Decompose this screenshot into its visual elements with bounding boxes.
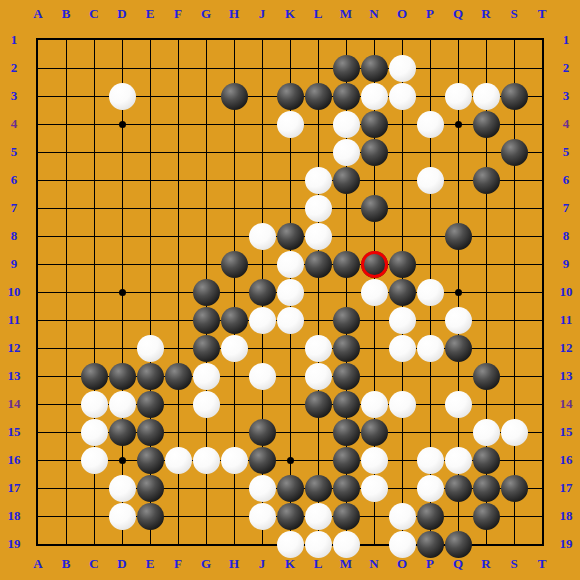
stone-black: [165, 363, 192, 390]
grid-line: [318, 40, 319, 544]
stone-black: [333, 447, 360, 474]
column-label: T: [531, 7, 553, 21]
stone-black: [473, 503, 500, 530]
stone-white: [389, 503, 416, 530]
stone-white: [361, 447, 388, 474]
stone-white: [81, 419, 108, 446]
stone-black: [445, 531, 472, 558]
column-label: L: [307, 7, 329, 21]
stone-white: [305, 195, 332, 222]
stone-white: [165, 447, 192, 474]
stone-black: [361, 195, 388, 222]
column-label: G: [195, 7, 217, 21]
stone-white: [109, 475, 136, 502]
column-label: H: [223, 7, 245, 21]
stone-black: [305, 475, 332, 502]
row-label: 13: [3, 369, 25, 383]
column-label: C: [83, 7, 105, 21]
star-point: [119, 289, 126, 296]
stone-white: [137, 335, 164, 362]
stone-black: [193, 307, 220, 334]
stone-black: [361, 111, 388, 138]
column-label: D: [111, 557, 133, 571]
row-label: 11: [3, 313, 25, 327]
stone-white: [445, 391, 472, 418]
stone-white: [277, 531, 304, 558]
stone-white: [389, 307, 416, 334]
row-label: 12: [3, 341, 25, 355]
stone-white: [389, 391, 416, 418]
column-label: A: [27, 7, 49, 21]
column-label: E: [139, 557, 161, 571]
stone-black: [473, 475, 500, 502]
stone-black: [137, 419, 164, 446]
stone-black: [501, 475, 528, 502]
stone-black: [137, 363, 164, 390]
stone-black: [445, 223, 472, 250]
column-label: F: [167, 7, 189, 21]
stone-white: [221, 335, 248, 362]
stone-black: [389, 279, 416, 306]
column-label: D: [111, 7, 133, 21]
stone-black: [193, 279, 220, 306]
column-label: K: [279, 557, 301, 571]
row-label: 17: [555, 481, 577, 495]
stone-white: [277, 251, 304, 278]
stone-white: [361, 391, 388, 418]
column-label: S: [503, 7, 525, 21]
stone-black: [249, 419, 276, 446]
stone-white: [109, 503, 136, 530]
row-label: 12: [555, 341, 577, 355]
stone-black: [193, 335, 220, 362]
stone-black: [305, 83, 332, 110]
stone-white: [389, 335, 416, 362]
stone-black: [109, 363, 136, 390]
stone-white: [277, 307, 304, 334]
stone-black: [277, 475, 304, 502]
row-label: 2: [3, 61, 25, 75]
stone-white: [249, 363, 276, 390]
stone-white: [333, 531, 360, 558]
row-label: 3: [3, 89, 25, 103]
star-point: [455, 121, 462, 128]
stone-white: [249, 307, 276, 334]
column-label: M: [335, 7, 357, 21]
row-label: 16: [3, 453, 25, 467]
stone-white: [417, 447, 444, 474]
column-label: T: [531, 557, 553, 571]
stone-white: [277, 111, 304, 138]
row-label: 13: [555, 369, 577, 383]
stone-white: [277, 279, 304, 306]
stone-black: [501, 83, 528, 110]
stone-white: [389, 83, 416, 110]
row-label: 8: [3, 229, 25, 243]
row-label: 19: [3, 537, 25, 551]
stone-white: [361, 83, 388, 110]
column-label: O: [391, 7, 413, 21]
stone-black: [221, 251, 248, 278]
stone-black: [333, 251, 360, 278]
column-label: E: [139, 7, 161, 21]
stone-black: [501, 139, 528, 166]
column-label: P: [419, 7, 441, 21]
stone-black: [361, 55, 388, 82]
stone-white: [305, 167, 332, 194]
stone-black: [333, 307, 360, 334]
stone-white: [81, 447, 108, 474]
star-point: [455, 289, 462, 296]
row-label: 1: [3, 33, 25, 47]
stone-white: [501, 419, 528, 446]
row-label: 16: [555, 453, 577, 467]
stone-black: [81, 363, 108, 390]
row-label: 4: [555, 117, 577, 131]
row-label: 18: [3, 509, 25, 523]
stone-black: [333, 391, 360, 418]
stone-white: [305, 335, 332, 362]
last-move-marker: [361, 251, 388, 278]
stone-black: [137, 391, 164, 418]
column-label: B: [55, 7, 77, 21]
stone-black: [221, 307, 248, 334]
stone-white: [417, 111, 444, 138]
star-point: [119, 457, 126, 464]
stone-white: [333, 111, 360, 138]
stone-white: [249, 223, 276, 250]
row-label: 9: [3, 257, 25, 271]
column-label: C: [83, 557, 105, 571]
stone-black: [417, 503, 444, 530]
column-label: L: [307, 557, 329, 571]
row-label: 7: [3, 201, 25, 215]
stone-white: [305, 531, 332, 558]
row-label: 6: [555, 173, 577, 187]
stone-white: [109, 391, 136, 418]
stone-white: [473, 419, 500, 446]
stone-white: [109, 83, 136, 110]
row-label: 14: [555, 397, 577, 411]
stone-black: [333, 335, 360, 362]
stone-black: [249, 279, 276, 306]
column-label: R: [475, 7, 497, 21]
stone-black: [333, 83, 360, 110]
row-label: 14: [3, 397, 25, 411]
stone-black: [473, 111, 500, 138]
stone-white: [389, 55, 416, 82]
stone-black: [445, 335, 472, 362]
stone-black: [277, 223, 304, 250]
row-label: 2: [555, 61, 577, 75]
column-label: J: [251, 557, 273, 571]
go-board[interactable]: AABBCCDDEEFFGGHHJJKKLLMMNNOOPPQQRRSSTT11…: [0, 0, 580, 580]
stone-white: [305, 223, 332, 250]
stone-white: [361, 279, 388, 306]
row-label: 15: [3, 425, 25, 439]
stone-white: [193, 391, 220, 418]
row-label: 10: [3, 285, 25, 299]
column-label: M: [335, 557, 357, 571]
stone-white: [417, 167, 444, 194]
row-label: 15: [555, 425, 577, 439]
stone-white: [333, 139, 360, 166]
column-label: O: [391, 557, 413, 571]
stone-black: [473, 447, 500, 474]
stone-black: [333, 503, 360, 530]
row-label: 3: [555, 89, 577, 103]
stone-black: [249, 447, 276, 474]
stone-white: [445, 83, 472, 110]
row-label: 6: [3, 173, 25, 187]
stone-black: [333, 475, 360, 502]
stone-white: [417, 475, 444, 502]
stone-white: [81, 391, 108, 418]
column-label: G: [195, 557, 217, 571]
stone-black: [277, 83, 304, 110]
stone-white: [361, 475, 388, 502]
column-label: N: [363, 557, 385, 571]
stone-white: [221, 447, 248, 474]
row-label: 5: [3, 145, 25, 159]
row-label: 17: [3, 481, 25, 495]
stone-black: [473, 167, 500, 194]
stone-black: [305, 251, 332, 278]
column-label: J: [251, 7, 273, 21]
stone-black: [417, 531, 444, 558]
stone-white: [389, 531, 416, 558]
column-label: S: [503, 557, 525, 571]
column-label: P: [419, 557, 441, 571]
column-label: N: [363, 7, 385, 21]
column-label: A: [27, 557, 49, 571]
column-label: F: [167, 557, 189, 571]
row-label: 18: [555, 509, 577, 523]
row-label: 1: [555, 33, 577, 47]
stone-white: [473, 83, 500, 110]
stone-black: [361, 419, 388, 446]
row-label: 5: [555, 145, 577, 159]
column-label: B: [55, 557, 77, 571]
stone-white: [193, 447, 220, 474]
column-label: Q: [447, 7, 469, 21]
stone-black: [445, 475, 472, 502]
row-label: 4: [3, 117, 25, 131]
stone-white: [193, 363, 220, 390]
stone-black: [221, 83, 248, 110]
stone-black: [333, 167, 360, 194]
stone-white: [305, 363, 332, 390]
stone-black: [305, 391, 332, 418]
row-label: 11: [555, 313, 577, 327]
row-label: 8: [555, 229, 577, 243]
column-label: H: [223, 557, 245, 571]
stone-black: [277, 503, 304, 530]
stone-black: [333, 363, 360, 390]
column-label: Q: [447, 557, 469, 571]
grid-line: [514, 40, 515, 544]
stone-black: [333, 55, 360, 82]
stone-black: [333, 419, 360, 446]
row-label: 9: [555, 257, 577, 271]
stone-black: [473, 363, 500, 390]
star-point: [287, 457, 294, 464]
stone-white: [249, 503, 276, 530]
stone-black: [137, 447, 164, 474]
column-label: R: [475, 557, 497, 571]
stone-white: [305, 503, 332, 530]
stone-white: [445, 447, 472, 474]
stone-black: [137, 503, 164, 530]
row-label: 10: [555, 285, 577, 299]
stone-white: [445, 307, 472, 334]
stone-black: [137, 475, 164, 502]
stone-black: [109, 419, 136, 446]
column-label: K: [279, 7, 301, 21]
stone-white: [249, 475, 276, 502]
row-label: 7: [555, 201, 577, 215]
stone-black: [361, 139, 388, 166]
stone-white: [417, 335, 444, 362]
stone-white: [417, 279, 444, 306]
row-label: 19: [555, 537, 577, 551]
star-point: [119, 121, 126, 128]
stone-black: [389, 251, 416, 278]
